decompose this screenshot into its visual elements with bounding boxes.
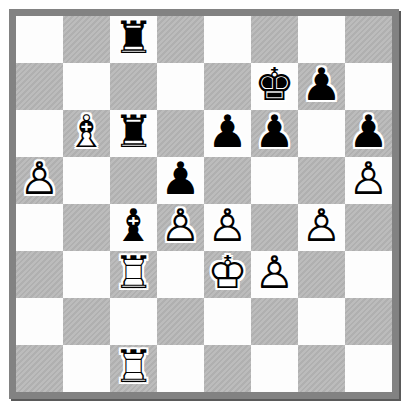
rook-fill-glyph: ♜ [110,343,157,390]
square-e4[interactable]: ♟♙ [204,204,251,251]
pawn-outline-glyph: ♙ [345,155,392,202]
square-h2[interactable] [345,298,392,345]
black-pawn: ♟ [251,110,298,157]
pawn-fill-glyph: ♟ [251,249,298,296]
pawn-fill-glyph: ♟ [345,155,392,202]
black-pawn: ♟ [204,110,251,157]
pawn-outline-glyph: ♙ [298,202,345,249]
white-rook: ♜♖ [110,345,157,392]
rook-glyph: ♜ [110,108,157,155]
pawn-glyph: ♟ [298,61,345,108]
pawn-glyph: ♟ [345,108,392,155]
white-pawn: ♟♙ [204,204,251,251]
square-a4[interactable] [16,204,63,251]
pawn-glyph: ♟ [157,155,204,202]
square-c4[interactable]: ♝ [110,204,157,251]
square-a2[interactable] [16,298,63,345]
square-d2[interactable] [157,298,204,345]
square-f3[interactable]: ♟♙ [251,251,298,298]
square-b8[interactable] [63,16,110,63]
black-bishop: ♝ [110,204,157,251]
square-d5[interactable]: ♟ [157,157,204,204]
square-c7[interactable] [110,63,157,110]
white-rook: ♜♖ [110,251,157,298]
black-pawn: ♟ [345,110,392,157]
pawn-glyph: ♟ [251,108,298,155]
black-king: ♚ [251,63,298,110]
white-pawn: ♟♙ [16,157,63,204]
pawn-fill-glyph: ♟ [298,202,345,249]
square-e2[interactable] [204,298,251,345]
square-h3[interactable] [345,251,392,298]
white-pawn: ♟♙ [298,204,345,251]
square-b4[interactable] [63,204,110,251]
square-g2[interactable] [298,298,345,345]
bishop-fill-glyph: ♝ [63,108,110,155]
square-h8[interactable] [345,16,392,63]
white-bishop: ♝♗ [63,110,110,157]
square-g8[interactable] [298,16,345,63]
square-a8[interactable] [16,16,63,63]
square-c2[interactable] [110,298,157,345]
square-g5[interactable] [298,157,345,204]
square-d8[interactable] [157,16,204,63]
king-glyph: ♚ [251,61,298,108]
king-fill-glyph: ♚ [204,249,251,296]
white-pawn: ♟♙ [157,204,204,251]
black-pawn: ♟ [157,157,204,204]
king-outline-glyph: ♔ [204,249,251,296]
pawn-outline-glyph: ♙ [157,202,204,249]
square-f6[interactable]: ♟ [251,110,298,157]
square-f8[interactable] [251,16,298,63]
white-king: ♚♔ [204,251,251,298]
square-b7[interactable] [63,63,110,110]
square-b6[interactable]: ♝♗ [63,110,110,157]
square-c3[interactable]: ♜♖ [110,251,157,298]
square-d7[interactable] [157,63,204,110]
square-b1[interactable] [63,345,110,392]
square-f5[interactable] [251,157,298,204]
bishop-outline-glyph: ♗ [63,108,110,155]
square-f7[interactable]: ♚ [251,63,298,110]
square-e3[interactable]: ♚♔ [204,251,251,298]
pawn-outline-glyph: ♙ [251,249,298,296]
rook-fill-glyph: ♜ [110,249,157,296]
square-d3[interactable] [157,251,204,298]
square-b2[interactable] [63,298,110,345]
square-f1[interactable] [251,345,298,392]
square-c1[interactable]: ♜♖ [110,345,157,392]
square-a1[interactable] [16,345,63,392]
square-d1[interactable] [157,345,204,392]
square-c6[interactable]: ♜ [110,110,157,157]
pawn-fill-glyph: ♟ [204,202,251,249]
black-rook: ♜ [110,110,157,157]
square-a3[interactable] [16,251,63,298]
square-h1[interactable] [345,345,392,392]
bishop-glyph: ♝ [110,202,157,249]
board-frame: ♜♚♟♝♗♜♟♟♟♟♙♟♟♙♝♟♙♟♙♟♙♜♖♚♔♟♙♜♖ [9,9,399,399]
rook-outline-glyph: ♖ [110,343,157,390]
white-pawn: ♟♙ [251,251,298,298]
square-f2[interactable] [251,298,298,345]
square-h5[interactable]: ♟♙ [345,157,392,204]
square-b3[interactable] [63,251,110,298]
pawn-glyph: ♟ [204,108,251,155]
square-h6[interactable]: ♟ [345,110,392,157]
square-d4[interactable]: ♟♙ [157,204,204,251]
black-pawn: ♟ [298,63,345,110]
square-f4[interactable] [251,204,298,251]
white-pawn: ♟♙ [345,157,392,204]
square-c5[interactable] [110,157,157,204]
square-g1[interactable] [298,345,345,392]
square-d6[interactable] [157,110,204,157]
square-g4[interactable]: ♟♙ [298,204,345,251]
pawn-outline-glyph: ♙ [16,155,63,202]
square-e6[interactable]: ♟ [204,110,251,157]
square-e5[interactable] [204,157,251,204]
square-b5[interactable] [63,157,110,204]
chess-board: ♜♚♟♝♗♜♟♟♟♟♙♟♟♙♝♟♙♟♙♟♙♜♖♚♔♟♙♜♖ [16,16,392,392]
square-a7[interactable] [16,63,63,110]
pawn-outline-glyph: ♙ [204,202,251,249]
pawn-fill-glyph: ♟ [157,202,204,249]
square-a6[interactable] [16,110,63,157]
square-g3[interactable] [298,251,345,298]
rook-outline-glyph: ♖ [110,249,157,296]
black-rook: ♜ [110,16,157,63]
square-g7[interactable]: ♟ [298,63,345,110]
chess-diagram: ♜♚♟♝♗♜♟♟♟♟♙♟♟♙♝♟♙♟♙♟♙♜♖♚♔♟♙♜♖ [0,0,414,413]
square-h4[interactable] [345,204,392,251]
square-a5[interactable]: ♟♙ [16,157,63,204]
square-e8[interactable] [204,16,251,63]
square-e1[interactable] [204,345,251,392]
rook-glyph: ♜ [110,14,157,61]
square-c8[interactable]: ♜ [110,16,157,63]
square-g6[interactable] [298,110,345,157]
pawn-fill-glyph: ♟ [16,155,63,202]
square-h7[interactable] [345,63,392,110]
square-e7[interactable] [204,63,251,110]
